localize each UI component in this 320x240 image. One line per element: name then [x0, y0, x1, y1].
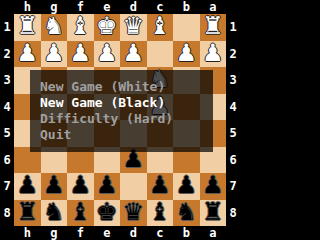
square-b7[interactable]: ♟: [173, 173, 200, 200]
square-a1[interactable]: ♜: [200, 14, 227, 41]
square-c8[interactable]: ♝: [147, 200, 174, 227]
rank-label-right-4: 4: [226, 94, 240, 121]
file-label-bottom-c: c: [147, 226, 174, 240]
black-king: ♚: [96, 199, 118, 226]
file-label-bottom-h: h: [14, 226, 41, 240]
rank-label-left-7: 7: [0, 173, 14, 200]
chess-app-screen: hgfedcba1♜♞♝♚♛♝♜12♟♟♟♟♟♟♟23♞34♟4556♟67♟♟…: [0, 0, 320, 240]
square-a8[interactable]: ♜: [200, 200, 227, 227]
white-pawn: ♟: [122, 40, 144, 67]
square-d2[interactable]: ♟: [120, 41, 147, 68]
white-pawn: ♟: [16, 40, 38, 67]
file-label-bottom-a: a: [200, 226, 227, 240]
rank-label-right-1: 1: [226, 14, 240, 41]
square-e7[interactable]: ♟: [94, 173, 121, 200]
black-knight: ♞: [175, 199, 197, 226]
black-queen: ♛: [122, 199, 144, 226]
square-b8[interactable]: ♞: [173, 200, 200, 227]
square-e8[interactable]: ♚: [94, 200, 121, 227]
square-d1[interactable]: ♛: [120, 14, 147, 41]
square-d8[interactable]: ♛: [120, 200, 147, 227]
rank-label-left-3: 3: [0, 67, 14, 94]
square-g2[interactable]: ♟: [41, 41, 68, 68]
file-label-bottom-b: b: [173, 226, 200, 240]
game-menu: New Game (White) New Game (Black) Diffic…: [30, 70, 213, 152]
black-pawn: ♟: [175, 172, 197, 199]
rank-label-right-5: 5: [226, 120, 240, 147]
rank-label-left-5: 5: [0, 120, 14, 147]
black-rook: ♜: [16, 199, 38, 226]
square-h1[interactable]: ♜: [14, 14, 41, 41]
menu-item-new-game-black[interactable]: New Game (Black): [40, 95, 213, 111]
board-corner: [226, 226, 240, 240]
square-d7[interactable]: [120, 173, 147, 200]
square-h2[interactable]: ♟: [14, 41, 41, 68]
rank-label-left-1: 1: [0, 14, 14, 41]
white-pawn: ♟: [96, 40, 118, 67]
square-e1[interactable]: ♚: [94, 14, 121, 41]
square-g1[interactable]: ♞: [41, 14, 68, 41]
white-pawn: ♟: [202, 40, 224, 67]
black-pawn: ♟: [149, 172, 171, 199]
black-pawn: ♟: [43, 172, 65, 199]
square-c7[interactable]: ♟: [147, 173, 174, 200]
square-c1[interactable]: ♝: [147, 14, 174, 41]
square-a2[interactable]: ♟: [200, 41, 227, 68]
white-bishop: ♝: [69, 13, 91, 40]
black-bishop: ♝: [69, 199, 91, 226]
black-pawn: ♟: [96, 172, 118, 199]
file-label-top-b: b: [173, 0, 200, 14]
square-f1[interactable]: ♝: [67, 14, 94, 41]
file-label-bottom-f: f: [67, 226, 94, 240]
rank-label-left-4: 4: [0, 94, 14, 121]
black-bishop: ♝: [149, 199, 171, 226]
menu-item-difficulty[interactable]: Difficulty (Hard): [40, 111, 213, 127]
rank-label-right-3: 3: [226, 67, 240, 94]
square-g8[interactable]: ♞: [41, 200, 68, 227]
square-h8[interactable]: ♜: [14, 200, 41, 227]
rank-label-right-2: 2: [226, 41, 240, 68]
white-knight: ♞: [43, 13, 65, 40]
file-label-bottom-d: d: [120, 226, 147, 240]
white-queen: ♛: [122, 13, 144, 40]
white-pawn: ♟: [69, 40, 91, 67]
square-c2[interactable]: [147, 41, 174, 68]
white-pawn: ♟: [175, 40, 197, 67]
board-corner: [226, 0, 240, 14]
square-f2[interactable]: ♟: [67, 41, 94, 68]
square-e2[interactable]: ♟: [94, 41, 121, 68]
board-corner: [0, 0, 14, 14]
rank-label-left-2: 2: [0, 41, 14, 68]
file-label-bottom-g: g: [41, 226, 68, 240]
board-corner: [0, 226, 14, 240]
rank-label-right-6: 6: [226, 147, 240, 174]
rank-label-right-7: 7: [226, 173, 240, 200]
menu-item-new-game-white[interactable]: New Game (White): [40, 79, 213, 95]
menu-item-quit[interactable]: Quit: [40, 127, 213, 143]
square-h7[interactable]: ♟: [14, 173, 41, 200]
black-pawn: ♟: [202, 172, 224, 199]
rank-label-right-8: 8: [226, 200, 240, 227]
rank-label-left-6: 6: [0, 147, 14, 174]
black-rook: ♜: [202, 199, 224, 226]
black-pawn: ♟: [69, 172, 91, 199]
file-label-bottom-e: e: [94, 226, 121, 240]
rank-label-left-8: 8: [0, 200, 14, 227]
square-f8[interactable]: ♝: [67, 200, 94, 227]
white-rook: ♜: [202, 13, 224, 40]
square-b2[interactable]: ♟: [173, 41, 200, 68]
square-f7[interactable]: ♟: [67, 173, 94, 200]
white-rook: ♜: [16, 13, 38, 40]
square-a7[interactable]: ♟: [200, 173, 227, 200]
black-pawn: ♟: [16, 172, 38, 199]
black-knight: ♞: [43, 199, 65, 226]
square-b1[interactable]: [173, 14, 200, 41]
white-bishop: ♝: [149, 13, 171, 40]
square-g7[interactable]: ♟: [41, 173, 68, 200]
white-king: ♚: [96, 13, 118, 40]
white-pawn: ♟: [43, 40, 65, 67]
